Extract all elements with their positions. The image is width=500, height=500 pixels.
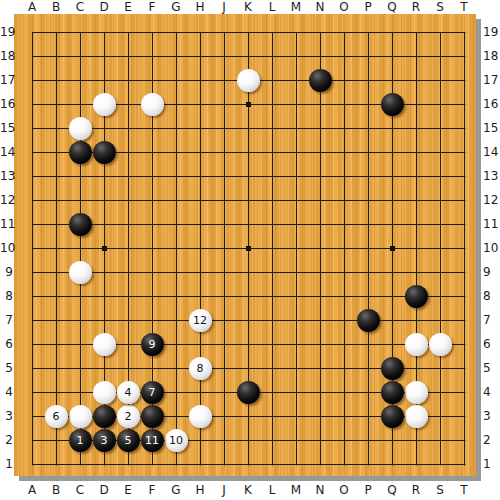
coord-col-bottom-R: R bbox=[404, 483, 428, 497]
black-stone-P7 bbox=[357, 309, 380, 332]
coord-row-left-19: 19 bbox=[0, 25, 13, 39]
coord-col-bottom-N: N bbox=[308, 483, 332, 497]
coord-row-left-4: 4 bbox=[0, 385, 13, 399]
white-stone-B3-move-6: 6 bbox=[45, 405, 68, 428]
black-stone-N17 bbox=[309, 69, 332, 92]
coord-col-bottom-D: D bbox=[92, 483, 116, 497]
black-stone-C14 bbox=[69, 141, 92, 164]
coord-row-right-12: 12 bbox=[483, 193, 500, 207]
move-number-label: 11 bbox=[145, 435, 159, 446]
coord-col-top-R: R bbox=[404, 0, 428, 14]
black-stone-E2-move-5: 5 bbox=[117, 429, 140, 452]
white-stone-R4 bbox=[405, 381, 428, 404]
coord-col-bottom-F: F bbox=[140, 483, 164, 497]
page-root: AABBCCDDEEFFGGHHJJKKLLMMNNOOPPQQRRSSTT19… bbox=[0, 0, 500, 500]
move-number-label: 6 bbox=[53, 411, 60, 422]
move-number-label: 8 bbox=[197, 363, 204, 374]
coord-row-right-7: 7 bbox=[483, 313, 500, 327]
white-stone-K17 bbox=[237, 69, 260, 92]
coord-row-right-3: 3 bbox=[483, 409, 500, 423]
black-stone-Q5 bbox=[381, 357, 404, 380]
coord-row-right-16: 16 bbox=[483, 97, 500, 111]
move-number-label: 12 bbox=[193, 315, 207, 326]
coord-col-top-G: G bbox=[164, 0, 188, 14]
white-stone-C3 bbox=[69, 405, 92, 428]
black-stone-D3 bbox=[93, 405, 116, 428]
move-number-label: 4 bbox=[125, 387, 132, 398]
coord-row-left-1: 1 bbox=[0, 457, 13, 471]
move-number-label: 5 bbox=[125, 435, 132, 446]
coord-row-left-12: 12 bbox=[0, 193, 13, 207]
coord-col-bottom-E: E bbox=[116, 483, 140, 497]
coord-col-top-T: T bbox=[452, 0, 476, 14]
white-stone-C9 bbox=[69, 261, 92, 284]
black-stone-F4-move-7: 7 bbox=[141, 381, 164, 404]
coord-row-left-14: 14 bbox=[0, 145, 13, 159]
coord-row-right-18: 18 bbox=[483, 49, 500, 63]
white-stone-R3 bbox=[405, 405, 428, 428]
black-stone-Q3 bbox=[381, 405, 404, 428]
coord-row-right-19: 19 bbox=[483, 25, 500, 39]
coord-col-top-S: S bbox=[428, 0, 452, 14]
white-stone-S6 bbox=[429, 333, 452, 356]
coord-col-top-F: F bbox=[140, 0, 164, 14]
white-stone-E4-move-4: 4 bbox=[117, 381, 140, 404]
black-stone-F2-move-11: 11 bbox=[141, 429, 164, 452]
coord-row-right-10: 10 bbox=[483, 241, 500, 255]
coord-col-top-O: O bbox=[332, 0, 356, 14]
coord-col-bottom-B: B bbox=[44, 483, 68, 497]
move-number-label: 1 bbox=[77, 435, 84, 446]
white-stone-H7-move-12: 12 bbox=[189, 309, 212, 332]
coord-row-left-5: 5 bbox=[0, 361, 13, 375]
white-stone-H5-move-8: 8 bbox=[189, 357, 212, 380]
coord-row-left-13: 13 bbox=[0, 169, 13, 183]
black-stone-D14 bbox=[93, 141, 116, 164]
coord-row-right-17: 17 bbox=[483, 73, 500, 87]
coord-col-top-A: A bbox=[20, 0, 44, 14]
coord-row-right-13: 13 bbox=[483, 169, 500, 183]
coord-col-top-L: L bbox=[260, 0, 284, 14]
white-stone-G2-move-10: 10 bbox=[165, 429, 188, 452]
coord-row-right-1: 1 bbox=[483, 457, 500, 471]
move-number-label: 7 bbox=[149, 387, 156, 398]
coord-row-right-9: 9 bbox=[483, 265, 500, 279]
coord-col-top-P: P bbox=[356, 0, 380, 14]
black-stone-K4 bbox=[237, 381, 260, 404]
move-number-label: 2 bbox=[125, 411, 132, 422]
coord-col-top-M: M bbox=[284, 0, 308, 14]
white-stone-R6 bbox=[405, 333, 428, 356]
black-stone-F3 bbox=[141, 405, 164, 428]
coord-row-right-14: 14 bbox=[483, 145, 500, 159]
coord-col-top-K: K bbox=[236, 0, 260, 14]
coord-row-left-3: 3 bbox=[0, 409, 13, 423]
coord-row-left-6: 6 bbox=[0, 337, 13, 351]
white-stone-F16 bbox=[141, 93, 164, 116]
move-number-label: 9 bbox=[149, 339, 156, 350]
coord-row-left-9: 9 bbox=[0, 265, 13, 279]
black-stone-C11 bbox=[69, 213, 92, 236]
white-stone-C15 bbox=[69, 117, 92, 140]
coord-col-bottom-P: P bbox=[356, 483, 380, 497]
white-stone-D4 bbox=[93, 381, 116, 404]
coord-col-bottom-L: L bbox=[260, 483, 284, 497]
coord-row-right-8: 8 bbox=[483, 289, 500, 303]
coord-col-top-J: J bbox=[212, 0, 236, 14]
black-stone-F6-move-9: 9 bbox=[141, 333, 164, 356]
coord-col-top-N: N bbox=[308, 0, 332, 14]
star-point bbox=[246, 102, 251, 107]
coord-col-bottom-G: G bbox=[164, 483, 188, 497]
black-stone-Q4 bbox=[381, 381, 404, 404]
coord-row-right-5: 5 bbox=[483, 361, 500, 375]
coord-col-bottom-S: S bbox=[428, 483, 452, 497]
coord-col-bottom-Q: Q bbox=[380, 483, 404, 497]
move-number-label: 10 bbox=[169, 435, 183, 446]
coord-col-top-C: C bbox=[68, 0, 92, 14]
coord-row-left-18: 18 bbox=[0, 49, 13, 63]
coord-row-left-11: 11 bbox=[0, 217, 13, 231]
coord-col-bottom-T: T bbox=[452, 483, 476, 497]
coord-row-left-8: 8 bbox=[0, 289, 13, 303]
coord-row-left-10: 10 bbox=[0, 241, 13, 255]
white-stone-E3-move-2: 2 bbox=[117, 405, 140, 428]
black-stone-C2-move-1: 1 bbox=[69, 429, 92, 452]
white-stone-H3 bbox=[189, 405, 212, 428]
coord-row-left-7: 7 bbox=[0, 313, 13, 327]
coord-row-right-2: 2 bbox=[483, 433, 500, 447]
coord-col-bottom-H: H bbox=[188, 483, 212, 497]
coord-col-top-Q: Q bbox=[380, 0, 404, 14]
star-point bbox=[246, 246, 251, 251]
coord-row-right-4: 4 bbox=[483, 385, 500, 399]
white-stone-D16 bbox=[93, 93, 116, 116]
coord-row-right-15: 15 bbox=[483, 121, 500, 135]
coord-col-bottom-K: K bbox=[236, 483, 260, 497]
coord-row-left-2: 2 bbox=[0, 433, 13, 447]
coord-col-top-H: H bbox=[188, 0, 212, 14]
coord-row-left-16: 16 bbox=[0, 97, 13, 111]
star-point bbox=[102, 246, 107, 251]
coord-col-bottom-O: O bbox=[332, 483, 356, 497]
coord-row-left-15: 15 bbox=[0, 121, 13, 135]
black-stone-R8 bbox=[405, 285, 428, 308]
coord-col-top-B: B bbox=[44, 0, 68, 14]
coord-col-top-D: D bbox=[92, 0, 116, 14]
black-stone-D2-move-3: 3 bbox=[93, 429, 116, 452]
coord-col-bottom-J: J bbox=[212, 483, 236, 497]
coord-row-left-17: 17 bbox=[0, 73, 13, 87]
coord-col-bottom-C: C bbox=[68, 483, 92, 497]
black-stone-Q16 bbox=[381, 93, 404, 116]
coord-col-top-E: E bbox=[116, 0, 140, 14]
star-point bbox=[390, 246, 395, 251]
move-number-label: 3 bbox=[101, 435, 108, 446]
coord-row-right-11: 11 bbox=[483, 217, 500, 231]
coord-col-bottom-M: M bbox=[284, 483, 308, 497]
coord-col-bottom-A: A bbox=[20, 483, 44, 497]
coord-row-right-6: 6 bbox=[483, 337, 500, 351]
white-stone-D6 bbox=[93, 333, 116, 356]
